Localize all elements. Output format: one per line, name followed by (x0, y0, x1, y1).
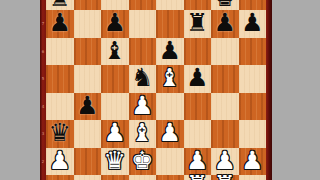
square-h2[interactable]: ♟ (239, 148, 267, 176)
square-d6[interactable] (129, 38, 157, 66)
square-d2[interactable]: ♚ (129, 148, 157, 176)
square-f5[interactable]: ♟ (184, 65, 212, 93)
square-c7[interactable]: ♟ (101, 10, 129, 38)
square-e4[interactable] (156, 93, 184, 121)
square-b2[interactable] (74, 148, 102, 176)
square-f4[interactable] (184, 93, 212, 121)
square-g5[interactable] (211, 65, 239, 93)
square-h5[interactable] (239, 65, 267, 93)
black-knight-d5: ♞ (131, 64, 153, 92)
square-e2[interactable] (156, 148, 184, 176)
square-b4[interactable]: ♟ (74, 93, 102, 121)
square-c1[interactable] (101, 175, 129, 180)
black-rook-f7: ♜ (186, 9, 208, 37)
white-pawn-h2: ♟ (241, 147, 263, 175)
square-c5[interactable] (101, 65, 129, 93)
square-d3[interactable]: ♝ (129, 120, 157, 148)
square-b7[interactable] (74, 10, 102, 38)
video-frame: 765432 ♜♚♟♟♜♟♟♝♟♞♝♟♟♟♛♟♝♟♟♛♚♟♟♟♜♜ (0, 0, 320, 180)
white-rook-f1: ♜ (186, 171, 208, 180)
black-pawn-f5: ♟ (186, 64, 208, 92)
square-b5[interactable] (74, 65, 102, 93)
square-e6[interactable]: ♟ (156, 38, 184, 66)
white-rook-g1: ♜ (214, 171, 236, 180)
white-bishop-e5: ♝ (159, 64, 181, 92)
square-h4[interactable] (239, 93, 267, 121)
white-pawn-e3: ♟ (159, 119, 181, 147)
square-a2[interactable]: ♟ (46, 148, 74, 176)
square-b8[interactable] (74, 0, 102, 10)
square-c2[interactable]: ♛ (101, 148, 129, 176)
square-c6[interactable]: ♝ (101, 38, 129, 66)
black-queen-a3: ♛ (49, 119, 71, 147)
square-d4[interactable]: ♟ (129, 93, 157, 121)
board-frame-right (266, 0, 272, 180)
square-e7[interactable] (156, 10, 184, 38)
square-d7[interactable] (129, 10, 157, 38)
square-a6[interactable] (46, 38, 74, 66)
square-e5[interactable]: ♝ (156, 65, 184, 93)
square-f3[interactable] (184, 120, 212, 148)
square-h7[interactable]: ♟ (239, 10, 267, 38)
square-h1[interactable] (239, 175, 267, 180)
chess-board: ♜♚♟♟♜♟♟♝♟♞♝♟♟♟♛♟♝♟♟♛♚♟♟♟♜♜ (46, 0, 266, 180)
square-d1[interactable] (129, 175, 157, 180)
black-pawn-g7: ♟ (214, 9, 236, 37)
square-h6[interactable] (239, 38, 267, 66)
square-a1[interactable] (46, 175, 74, 180)
square-a3[interactable]: ♛ (46, 120, 74, 148)
square-a7[interactable]: ♟ (46, 10, 74, 38)
black-pawn-b4: ♟ (76, 92, 98, 120)
square-g7[interactable]: ♟ (211, 10, 239, 38)
square-f6[interactable] (184, 38, 212, 66)
square-b1[interactable] (74, 175, 102, 180)
square-g1[interactable]: ♜ (211, 175, 239, 180)
square-d8[interactable] (129, 0, 157, 10)
black-pawn-c7: ♟ (104, 9, 126, 37)
square-c3[interactable]: ♟ (101, 120, 129, 148)
black-pawn-h7: ♟ (241, 9, 263, 37)
square-b3[interactable] (74, 120, 102, 148)
square-f7[interactable]: ♜ (184, 10, 212, 38)
square-h3[interactable] (239, 120, 267, 148)
square-e3[interactable]: ♟ (156, 120, 184, 148)
black-pawn-a7: ♟ (49, 9, 71, 37)
square-g3[interactable] (211, 120, 239, 148)
square-e1[interactable] (156, 175, 184, 180)
square-a5[interactable] (46, 65, 74, 93)
black-bishop-c6: ♝ (104, 37, 126, 65)
white-bishop-d3: ♝ (131, 119, 153, 147)
black-pawn-e6: ♟ (159, 37, 181, 65)
square-c4[interactable] (101, 93, 129, 121)
white-pawn-d4: ♟ (131, 92, 153, 120)
board-viewport: ♜♚♟♟♜♟♟♝♟♞♝♟♟♟♛♟♝♟♟♛♚♟♟♟♜♜ (46, 0, 266, 180)
white-queen-c2: ♛ (104, 147, 126, 175)
white-pawn-a2: ♟ (49, 147, 71, 175)
square-b6[interactable] (74, 38, 102, 66)
white-king-d2: ♚ (131, 147, 153, 175)
white-pawn-c3: ♟ (104, 119, 126, 147)
square-g4[interactable] (211, 93, 239, 121)
square-d5[interactable]: ♞ (129, 65, 157, 93)
square-a4[interactable] (46, 93, 74, 121)
square-e8[interactable] (156, 0, 184, 10)
square-f1[interactable]: ♜ (184, 175, 212, 180)
square-g6[interactable] (211, 38, 239, 66)
